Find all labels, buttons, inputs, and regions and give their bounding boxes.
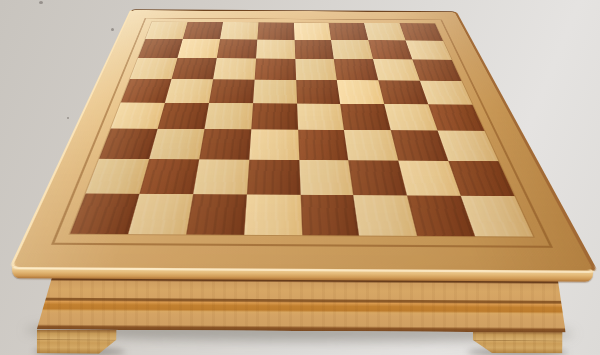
checkerboard-grid [70, 22, 533, 237]
square-h8 [400, 23, 443, 40]
square-c2 [193, 160, 249, 195]
square-a7 [138, 39, 182, 58]
square-f4 [340, 104, 391, 131]
square-f2 [349, 160, 408, 195]
box-front-face [36, 277, 567, 332]
square-e2 [299, 160, 354, 195]
square-h3 [438, 131, 499, 162]
square-e4 [297, 103, 345, 130]
wall-speck [67, 117, 69, 119]
square-a4 [111, 102, 165, 129]
square-c1 [186, 194, 247, 235]
wall-speck [111, 28, 114, 31]
square-b4 [157, 102, 208, 129]
square-d1 [244, 195, 302, 236]
square-b1 [128, 194, 193, 235]
square-e3 [298, 130, 349, 161]
square-h2 [449, 161, 515, 196]
square-h4 [428, 104, 484, 131]
square-b3 [149, 129, 204, 160]
square-d4 [251, 103, 298, 130]
square-e8 [294, 23, 332, 40]
square-b7 [177, 39, 219, 58]
square-d3 [249, 130, 299, 161]
square-g7 [369, 40, 413, 59]
square-f7 [331, 40, 373, 59]
square-b6 [171, 58, 216, 79]
square-f3 [344, 130, 398, 161]
square-f6 [334, 59, 378, 80]
wooden-chess-box [0, 0, 600, 355]
square-h7 [406, 40, 452, 59]
square-c4 [204, 103, 253, 130]
square-f8 [329, 23, 369, 40]
square-d7 [256, 39, 295, 58]
square-c3 [199, 129, 251, 160]
square-f5 [337, 80, 384, 104]
square-c7 [217, 39, 257, 58]
square-d2 [246, 160, 300, 195]
square-c6 [213, 58, 256, 79]
square-e6 [295, 59, 337, 80]
square-d8 [257, 22, 294, 39]
square-h6 [412, 59, 461, 80]
square-a6 [130, 58, 177, 79]
square-b8 [183, 22, 223, 39]
square-a3 [99, 129, 157, 160]
square-c8 [220, 22, 258, 39]
square-g8 [364, 23, 405, 40]
square-a5 [121, 79, 172, 103]
chess-board-top [8, 9, 598, 273]
square-b2 [139, 159, 199, 194]
square-e5 [296, 80, 341, 104]
square-e1 [300, 195, 359, 236]
square-c5 [209, 79, 255, 103]
square-d5 [253, 79, 297, 103]
square-b5 [165, 79, 213, 103]
square-a8 [145, 22, 187, 39]
square-e7 [294, 40, 334, 59]
square-h5 [420, 80, 472, 104]
wall-speck [39, 1, 43, 4]
square-d6 [254, 58, 295, 79]
